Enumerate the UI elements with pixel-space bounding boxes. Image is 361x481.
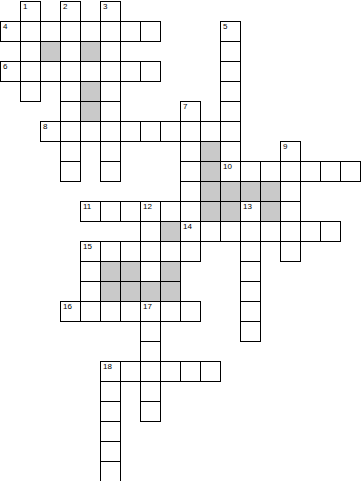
grid-cell-r12c8[interactable] [160, 241, 181, 262]
grid-cell-r4c5[interactable] [100, 81, 121, 102]
grid-cell-r3c11[interactable] [220, 61, 241, 82]
shaded-cell-r14c7[interactable] [140, 281, 161, 302]
grid-cell-r2c3[interactable] [60, 41, 81, 62]
grid-cell-r6c11[interactable] [220, 121, 241, 142]
grid-cell-r20c5[interactable] [100, 401, 121, 422]
grid-cell-r1c11[interactable]: 5 [220, 21, 241, 42]
grid-cell-r1c3[interactable] [60, 21, 81, 42]
grid-cell-r6c6[interactable] [120, 121, 141, 142]
shaded-cell-r10c10[interactable] [200, 201, 221, 222]
shaded-cell-r14c6[interactable] [120, 281, 141, 302]
grid-cell-r10c7[interactable]: 12 [140, 201, 161, 222]
grid-cell-r12c4[interactable]: 15 [80, 241, 101, 262]
shaded-cell-r9c10[interactable] [200, 181, 221, 202]
grid-cell-r8c12[interactable] [240, 161, 261, 182]
grid-cell-r14c12[interactable] [240, 281, 261, 302]
clue-number-10: 10 [223, 163, 232, 171]
grid-cell-r4c11[interactable] [220, 81, 241, 102]
grid-cell-r11c16[interactable] [320, 221, 341, 242]
grid-cell-r0c5[interactable]: 3 [100, 1, 121, 22]
shaded-cell-r2c4[interactable] [80, 41, 101, 62]
crossword-grid: 123456789101112131415161718 [0, 0, 361, 481]
grid-cell-r3c5[interactable] [100, 61, 121, 82]
grid-cell-r3c4[interactable] [80, 61, 101, 82]
grid-cell-r1c2[interactable] [40, 21, 61, 42]
shaded-cell-r13c5[interactable] [100, 261, 121, 282]
grid-cell-r6c4[interactable] [80, 121, 101, 142]
grid-cell-r8c3[interactable] [60, 161, 81, 182]
grid-cell-r13c12[interactable] [240, 261, 261, 282]
grid-cell-r20c7[interactable] [140, 401, 161, 422]
grid-cell-r16c7[interactable] [140, 321, 161, 342]
grid-cell-r1c4[interactable] [80, 21, 101, 42]
grid-cell-r18c10[interactable] [200, 361, 221, 382]
grid-cell-r11c13[interactable] [260, 221, 281, 242]
grid-cell-r3c3[interactable] [60, 61, 81, 82]
grid-cell-r19c7[interactable] [140, 381, 161, 402]
grid-cell-r15c4[interactable] [80, 301, 101, 322]
grid-cell-r14c4[interactable] [80, 281, 101, 302]
grid-cell-r8c5[interactable] [100, 161, 121, 182]
grid-cell-r8c16[interactable] [320, 161, 341, 182]
grid-cell-r2c11[interactable] [220, 41, 241, 62]
grid-cell-r4c1[interactable] [20, 81, 41, 102]
grid-cell-r18c8[interactable] [160, 361, 181, 382]
grid-cell-r10c9[interactable] [180, 201, 201, 222]
grid-cell-r15c6[interactable] [120, 301, 141, 322]
grid-cell-r7c11[interactable] [220, 141, 241, 162]
grid-cell-r10c6[interactable] [120, 201, 141, 222]
clue-number-15: 15 [83, 243, 92, 251]
grid-cell-r11c9[interactable]: 14 [180, 221, 201, 242]
shaded-cell-r7c10[interactable] [200, 141, 221, 162]
grid-cell-r1c6[interactable] [120, 21, 141, 42]
grid-cell-r7c3[interactable] [60, 141, 81, 162]
grid-cell-r17c7[interactable] [140, 341, 161, 362]
grid-cell-r8c15[interactable] [300, 161, 321, 182]
grid-cell-r8c13[interactable] [260, 161, 281, 182]
clue-number-12: 12 [143, 203, 152, 211]
shaded-cell-r13c6[interactable] [120, 261, 141, 282]
grid-cell-r23c5[interactable] [100, 461, 121, 481]
grid-cell-r9c14[interactable] [280, 181, 301, 202]
grid-cell-r1c5[interactable] [100, 21, 121, 42]
grid-cell-r1c0[interactable]: 4 [0, 21, 21, 42]
clue-number-8: 8 [43, 123, 47, 131]
shaded-cell-r13c8[interactable] [160, 261, 181, 282]
grid-cell-r18c5[interactable]: 18 [100, 361, 121, 382]
grid-cell-r15c7[interactable]: 17 [140, 301, 161, 322]
grid-cell-r18c9[interactable] [180, 361, 201, 382]
grid-cell-r7c14[interactable]: 9 [280, 141, 301, 162]
grid-cell-r5c9[interactable]: 7 [180, 101, 201, 122]
grid-cell-r15c3[interactable]: 16 [60, 301, 81, 322]
grid-cell-r6c5[interactable] [100, 121, 121, 142]
shaded-cell-r10c11[interactable] [220, 201, 241, 222]
grid-cell-r7c9[interactable] [180, 141, 201, 162]
shaded-cell-r2c2[interactable] [40, 41, 61, 62]
grid-cell-r11c14[interactable] [280, 221, 301, 242]
grid-cell-r1c1[interactable] [20, 21, 41, 42]
shaded-cell-r4c4[interactable] [80, 81, 101, 102]
grid-cell-r6c10[interactable] [200, 121, 221, 142]
grid-cell-r11c7[interactable] [140, 221, 161, 242]
grid-cell-r11c12[interactable] [240, 221, 261, 242]
grid-cell-r15c8[interactable] [160, 301, 181, 322]
clue-number-9: 9 [283, 143, 287, 151]
grid-cell-r3c7[interactable] [140, 61, 161, 82]
grid-cell-r10c12[interactable]: 13 [240, 201, 261, 222]
shaded-cell-r9c13[interactable] [260, 181, 281, 202]
grid-cell-r3c6[interactable] [120, 61, 141, 82]
grid-cell-r12c14[interactable] [280, 241, 301, 262]
grid-cell-r0c1[interactable]: 1 [20, 1, 41, 22]
grid-cell-r11c10[interactable] [200, 221, 221, 242]
grid-cell-r10c5[interactable] [100, 201, 121, 222]
clue-number-4: 4 [3, 23, 7, 31]
grid-cell-r8c11[interactable]: 10 [220, 161, 241, 182]
grid-cell-r5c11[interactable] [220, 101, 241, 122]
crossword-page: 123456789101112131415161718 [0, 0, 361, 481]
grid-cell-r6c8[interactable] [160, 121, 181, 142]
grid-cell-r3c2[interactable] [40, 61, 61, 82]
shaded-cell-r9c11[interactable] [220, 181, 241, 202]
grid-cell-r5c3[interactable] [60, 101, 81, 122]
clue-number-18: 18 [103, 363, 112, 371]
clue-number-16: 16 [63, 303, 72, 311]
grid-cell-r7c5[interactable] [100, 141, 121, 162]
grid-cell-r6c7[interactable] [140, 121, 161, 142]
grid-cell-r21c5[interactable] [100, 421, 121, 442]
grid-cell-r12c12[interactable] [240, 241, 261, 262]
grid-cell-r10c8[interactable] [160, 201, 181, 222]
shaded-cell-r14c8[interactable] [160, 281, 181, 302]
grid-cell-r6c3[interactable] [60, 121, 81, 142]
clue-number-13: 13 [243, 203, 252, 211]
grid-cell-r18c7[interactable] [140, 361, 161, 382]
grid-cell-r8c9[interactable] [180, 161, 201, 182]
shaded-cell-r10c13[interactable] [260, 201, 281, 222]
grid-cell-r8c14[interactable] [280, 161, 301, 182]
grid-cell-r5c5[interactable] [100, 101, 121, 122]
grid-cell-r3c0[interactable]: 6 [0, 61, 21, 82]
grid-cell-r4c3[interactable] [60, 81, 81, 102]
grid-cell-r2c1[interactable] [20, 41, 41, 62]
grid-cell-r15c12[interactable] [240, 301, 261, 322]
grid-cell-r8c17[interactable] [340, 161, 361, 182]
clue-number-17: 17 [143, 303, 152, 311]
shaded-cell-r8c10[interactable] [200, 161, 221, 182]
grid-cell-r13c4[interactable] [80, 261, 101, 282]
grid-cell-r12c9[interactable] [180, 241, 201, 262]
grid-cell-r6c9[interactable] [180, 121, 201, 142]
grid-cell-r1c7[interactable] [140, 21, 161, 42]
clue-number-5: 5 [223, 23, 227, 31]
grid-cell-r13c7[interactable] [140, 261, 161, 282]
clue-number-2: 2 [63, 3, 67, 11]
grid-cell-r10c4[interactable]: 11 [80, 201, 101, 222]
clue-number-14: 14 [183, 223, 192, 231]
grid-cell-r18c6[interactable] [120, 361, 141, 382]
grid-cell-r22c5[interactable] [100, 441, 121, 462]
grid-cell-r9c9[interactable] [180, 181, 201, 202]
shaded-cell-r11c8[interactable] [160, 221, 181, 242]
clue-number-6: 6 [3, 63, 7, 71]
grid-cell-r12c6[interactable] [120, 241, 141, 262]
shaded-cell-r14c5[interactable] [100, 281, 121, 302]
grid-cell-r15c9[interactable] [180, 301, 201, 322]
grid-cell-r11c15[interactable] [300, 221, 321, 242]
shaded-cell-r5c4[interactable] [80, 101, 101, 122]
clue-number-11: 11 [83, 203, 91, 211]
grid-cell-r16c12[interactable] [240, 321, 261, 342]
clue-number-7: 7 [183, 103, 187, 111]
grid-cell-r3c1[interactable] [20, 61, 41, 82]
clue-number-1: 1 [23, 3, 27, 11]
grid-cell-r12c7[interactable] [140, 241, 161, 262]
grid-cell-r6c2[interactable]: 8 [40, 121, 61, 142]
clue-number-3: 3 [103, 3, 107, 11]
shaded-cell-r9c12[interactable] [240, 181, 261, 202]
grid-cell-r11c11[interactable] [220, 221, 241, 242]
grid-cell-r12c5[interactable] [100, 241, 121, 262]
grid-cell-r15c5[interactable] [100, 301, 121, 322]
grid-cell-r19c5[interactable] [100, 381, 121, 402]
grid-cell-r10c14[interactable] [280, 201, 301, 222]
grid-cell-r2c5[interactable] [100, 41, 121, 62]
grid-cell-r0c3[interactable]: 2 [60, 1, 81, 22]
